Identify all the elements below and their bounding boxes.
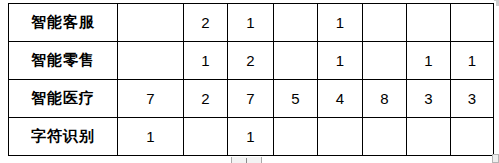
table-cell: 5	[274, 80, 318, 118]
row-label: 智能零售	[9, 42, 118, 80]
table-cell: 3	[451, 80, 494, 118]
table-cell	[363, 42, 407, 80]
table-cell: 1	[184, 42, 228, 80]
table-cell: 1	[118, 118, 184, 156]
document-canvas: 智能客服211智能零售12111智能医疗72754833字符识别11	[0, 0, 499, 163]
row-label: 字符识别	[9, 118, 118, 156]
table-cell: 2	[228, 42, 274, 80]
table-cell: 1	[318, 42, 363, 80]
table-cell: 1	[407, 42, 451, 80]
table-cell: 1	[451, 42, 494, 80]
table-cell: 4	[318, 80, 363, 118]
table-cell	[451, 4, 494, 42]
partial-control-tick-icon	[246, 158, 247, 163]
table-cell	[274, 118, 318, 156]
table-cell	[118, 4, 184, 42]
table-cell	[274, 4, 318, 42]
table-cell	[184, 118, 228, 156]
table-cell	[118, 42, 184, 80]
table-cell: 1	[228, 118, 274, 156]
table-cell	[274, 42, 318, 80]
table-cell: 1	[228, 4, 274, 42]
row-label: 智能医疗	[9, 80, 118, 118]
table-cell: 8	[363, 80, 407, 118]
table-cell	[451, 118, 494, 156]
table-cell: 7	[118, 80, 184, 118]
table-cell: 2	[184, 4, 228, 42]
table-cell: 2	[184, 80, 228, 118]
table-cell	[318, 118, 363, 156]
resize-handle-fragment	[492, 154, 499, 163]
corner-artifact	[494, 0, 499, 6]
category-count-table: 智能客服211智能零售12111智能医疗72754833字符识别11	[8, 3, 494, 156]
table-cell: 7	[228, 80, 274, 118]
partial-control-fragment	[231, 157, 262, 163]
table-cell	[363, 4, 407, 42]
table-cell: 1	[318, 4, 363, 42]
table-cell	[407, 4, 451, 42]
row-label: 智能客服	[9, 4, 118, 42]
table-cell: 3	[407, 80, 451, 118]
table-cell	[407, 118, 451, 156]
table-cell	[363, 118, 407, 156]
